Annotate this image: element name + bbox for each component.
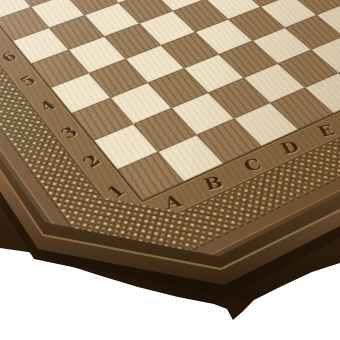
photo-background: 87654321ABCDEFGH xyxy=(0,0,340,340)
scene: 87654321ABCDEFGH xyxy=(0,0,340,340)
chessboard: 87654321ABCDEFGH xyxy=(0,0,340,312)
